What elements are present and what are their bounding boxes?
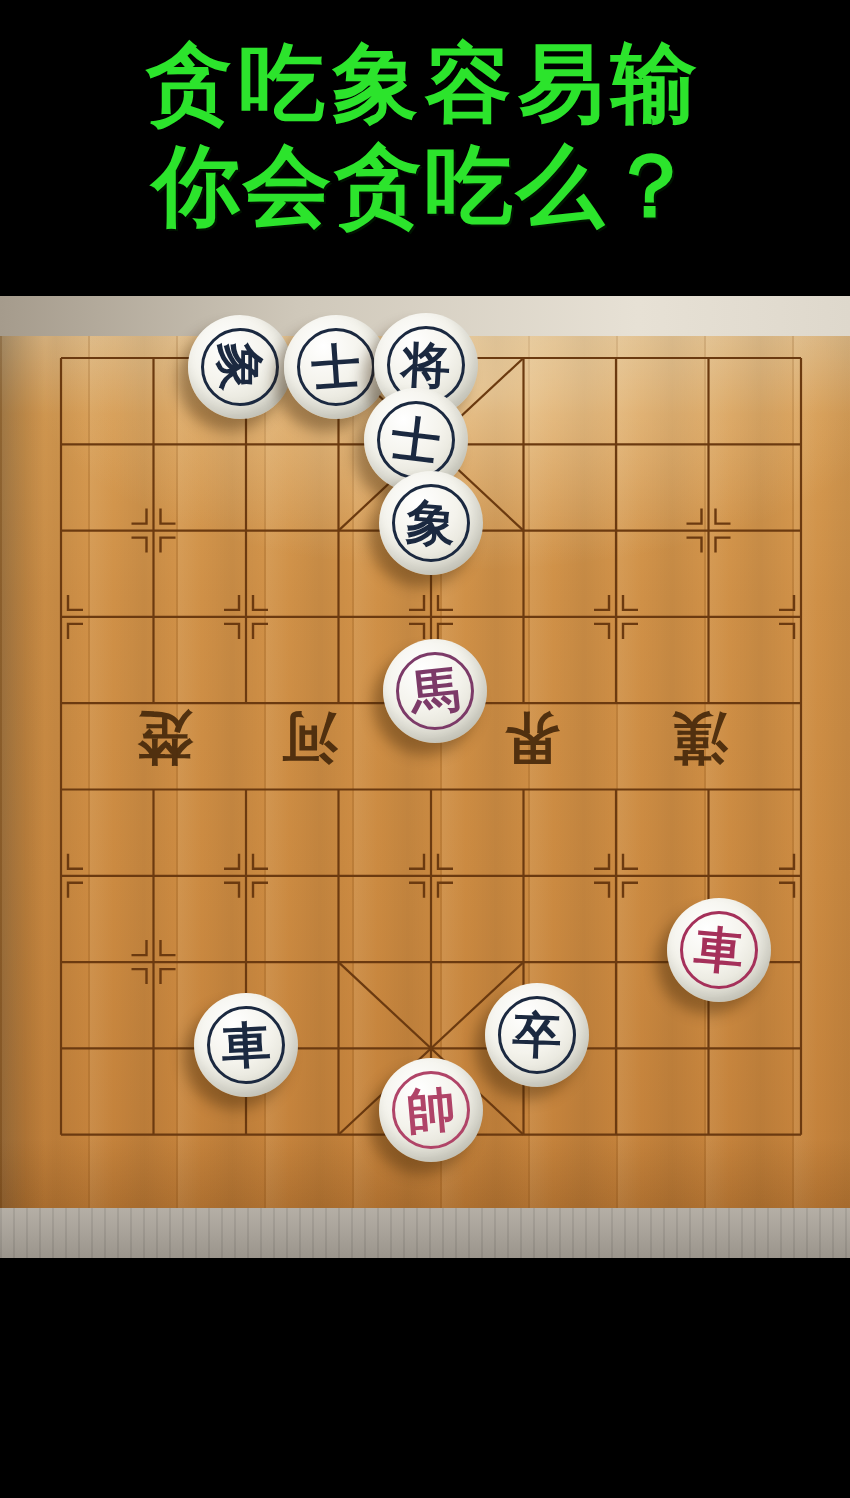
title-line-1: 贪吃象容易输 <box>0 38 850 128</box>
piece-glyph: 車 <box>191 991 300 1100</box>
piece-glyph: 象 <box>188 315 292 419</box>
piece-black-elephant-c1[interactable]: 象 <box>188 315 292 419</box>
title-line-2: 你会贪吃么？ <box>0 142 850 230</box>
caption-block: 贪吃象容易输 你会贪吃么？ <box>0 0 850 230</box>
video-frame: 贪吃象容易输 你会贪吃么？ 楚河界漢 象士将士象馬車車卒帥 <box>0 0 850 1498</box>
piece-black-chariot-c9[interactable]: 車 <box>194 993 298 1097</box>
river-character: 漢 <box>672 699 728 775</box>
piece-black-elephant-e3[interactable]: 象 <box>379 471 483 575</box>
piece-glyph: 象 <box>375 467 486 578</box>
piece-red-chariot-h8[interactable]: 車 <box>667 898 771 1002</box>
piece-red-general-e10[interactable]: 帥 <box>379 1058 483 1162</box>
river-character: 楚 <box>137 699 193 775</box>
piece-black-soldier-f9[interactable]: 卒 <box>485 983 589 1087</box>
piece-glyph: 馬 <box>378 634 492 748</box>
piece-glyph: 帥 <box>375 1053 488 1166</box>
river-character: 河 <box>282 699 338 775</box>
piece-glyph: 卒 <box>483 982 591 1090</box>
piece-glyph: 車 <box>662 894 775 1007</box>
river-character: 界 <box>504 699 560 775</box>
table-front-edge <box>0 1208 850 1258</box>
piece-red-horse-e5[interactable]: 馬 <box>383 639 487 743</box>
